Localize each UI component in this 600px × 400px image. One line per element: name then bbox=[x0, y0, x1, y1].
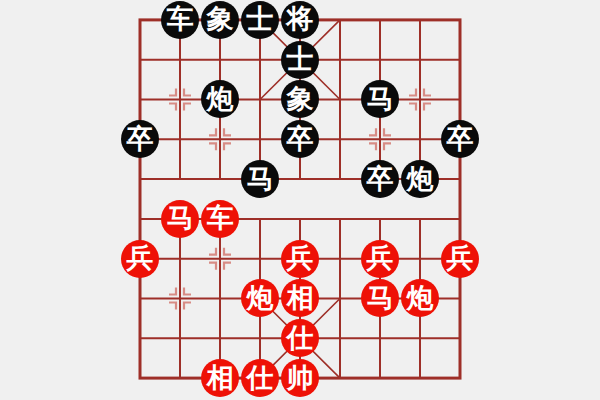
piece-red-advisor[interactable]: 仕 bbox=[281, 319, 319, 357]
piece-black-soldier[interactable]: 卒 bbox=[121, 120, 159, 158]
piece-red-horse[interactable]: 马 bbox=[161, 200, 199, 238]
xiangqi-board[interactable]: 车象士将士炮象马卒卒卒马卒炮马车兵兵兵兵炮相马炮仕相仕帅 bbox=[120, 0, 480, 398]
piece-red-soldier[interactable]: 兵 bbox=[281, 240, 319, 278]
piece-red-elephant[interactable]: 相 bbox=[201, 359, 239, 397]
piece-black-soldier[interactable]: 卒 bbox=[281, 120, 319, 158]
piece-red-cannon[interactable]: 炮 bbox=[241, 279, 279, 317]
piece-black-advisor[interactable]: 士 bbox=[281, 41, 319, 79]
piece-black-cannon[interactable]: 炮 bbox=[201, 80, 239, 118]
piece-red-horse[interactable]: 马 bbox=[361, 279, 399, 317]
piece-black-cannon[interactable]: 炮 bbox=[401, 160, 439, 198]
piece-red-chariot[interactable]: 车 bbox=[201, 200, 239, 238]
piece-black-soldier[interactable]: 卒 bbox=[441, 120, 479, 158]
piece-black-soldier[interactable]: 卒 bbox=[361, 160, 399, 198]
piece-red-general[interactable]: 帅 bbox=[281, 359, 319, 397]
piece-black-advisor[interactable]: 士 bbox=[241, 1, 279, 39]
piece-black-horse[interactable]: 马 bbox=[241, 160, 279, 198]
piece-red-soldier[interactable]: 兵 bbox=[121, 240, 159, 278]
piece-black-chariot[interactable]: 车 bbox=[161, 1, 199, 39]
app-background: 车象士将士炮象马卒卒卒马卒炮马车兵兵兵兵炮相马炮仕相仕帅 bbox=[0, 0, 600, 400]
piece-black-elephant[interactable]: 象 bbox=[201, 1, 239, 39]
piece-red-soldier[interactable]: 兵 bbox=[441, 240, 479, 278]
piece-red-advisor[interactable]: 仕 bbox=[241, 359, 279, 397]
piece-black-horse[interactable]: 马 bbox=[361, 80, 399, 118]
piece-red-cannon[interactable]: 炮 bbox=[401, 279, 439, 317]
piece-red-elephant[interactable]: 相 bbox=[281, 279, 319, 317]
piece-black-elephant[interactable]: 象 bbox=[281, 80, 319, 118]
piece-black-general[interactable]: 将 bbox=[281, 1, 319, 39]
piece-red-soldier[interactable]: 兵 bbox=[361, 240, 399, 278]
